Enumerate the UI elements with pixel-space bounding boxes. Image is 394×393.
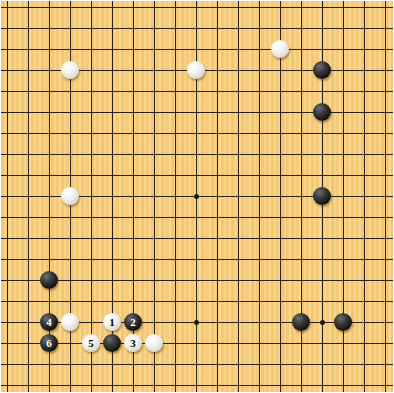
stone-white-d10 — [61, 187, 79, 205]
go-diagram: 135246 — [0, 0, 394, 393]
stone-black-c6 — [40, 271, 58, 289]
stone-white-o17 — [271, 40, 289, 58]
stone-white-d4 — [61, 313, 79, 331]
hoshi-point — [320, 320, 325, 325]
stone-white-f4: 1 — [103, 313, 121, 331]
stone-black-g4: 2 — [124, 313, 142, 331]
move-number-label: 2 — [130, 317, 136, 328]
stone-black-p4 — [292, 313, 310, 331]
stone-white-d16 — [61, 61, 79, 79]
hoshi-point — [194, 194, 199, 199]
move-number-label: 5 — [88, 338, 94, 349]
go-board[interactable]: 135246 — [1, 1, 393, 392]
move-number-label: 3 — [130, 338, 136, 349]
stone-white-h3 — [145, 334, 163, 352]
stone-white-g3: 3 — [124, 334, 142, 352]
stone-black-c3: 6 — [40, 334, 58, 352]
stone-black-c4: 4 — [40, 313, 58, 331]
stone-black-r4 — [334, 313, 352, 331]
stone-white-e3: 5 — [82, 334, 100, 352]
move-number-label: 4 — [46, 317, 52, 328]
stone-black-q14 — [313, 103, 331, 121]
stone-black-q16 — [313, 61, 331, 79]
stone-white-k16 — [187, 61, 205, 79]
stone-black-f3 — [103, 334, 121, 352]
hoshi-point — [194, 320, 199, 325]
move-number-label: 1 — [109, 317, 115, 328]
stone-black-q10 — [313, 187, 331, 205]
move-number-label: 6 — [46, 338, 52, 349]
